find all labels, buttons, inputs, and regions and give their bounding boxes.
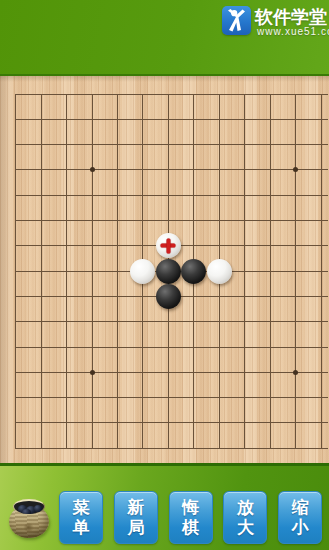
last-move-cross-marker — [161, 238, 176, 253]
zoom-out-button[interactable]: 缩 小 — [278, 491, 322, 544]
board-line-h — [15, 321, 328, 322]
bowl-black-stone — [22, 509, 31, 514]
stone-bowl-opening — [13, 499, 45, 514]
black-stone — [156, 284, 181, 309]
new-game-button[interactable]: 新 局 — [114, 491, 158, 544]
zoom-in-button[interactable]: 放 大 — [223, 491, 267, 544]
black-stone — [156, 259, 181, 284]
site-watermark: 软件学堂 www.xue51.com — [222, 5, 327, 41]
stone-bowl-icon — [9, 497, 49, 542]
board-line-v — [66, 94, 67, 449]
board-line-h — [15, 94, 328, 95]
board-line-h — [15, 144, 328, 145]
menu-button[interactable]: 菜 单 — [59, 491, 103, 544]
board-line-h — [15, 119, 328, 120]
bowl-wood-knot — [23, 523, 34, 532]
board-line-v — [295, 94, 296, 449]
site-url: www.xue51.com — [257, 26, 329, 37]
star-point — [293, 167, 298, 172]
board-line-v — [15, 94, 16, 449]
board-line-h — [15, 220, 328, 221]
toolbar-buttons: 菜 单新 局悔 棋放 大缩 小 — [59, 491, 322, 544]
board-line-h — [15, 347, 328, 348]
board-line-v — [270, 94, 271, 449]
star-point — [90, 167, 95, 172]
board-line-h — [15, 422, 328, 423]
board-line-v — [321, 94, 322, 449]
top-banner: 软件学堂 www.xue51.com — [0, 0, 329, 76]
bowl-black-stone — [34, 505, 42, 512]
undo-button[interactable]: 悔 棋 — [169, 491, 213, 544]
bottom-toolbar: 菜 单新 局悔 棋放 大缩 小 — [0, 463, 329, 550]
board-line-h — [15, 195, 328, 196]
board-line-h — [15, 169, 328, 170]
star-point — [293, 370, 298, 375]
board-line-h — [15, 397, 328, 398]
black-stone — [181, 259, 206, 284]
white-stone — [156, 233, 181, 258]
board-line-h — [15, 372, 328, 373]
site-logo-icon — [222, 6, 251, 35]
app-screen: 软件学堂 www.xue51.com 菜 单新 局悔 棋放 大缩 小 — [0, 0, 329, 550]
person-icon — [222, 6, 251, 35]
star-point — [90, 370, 95, 375]
board-line-h — [15, 448, 328, 449]
board-line-v — [92, 94, 93, 449]
board-line-v — [117, 94, 118, 449]
white-stone — [207, 259, 232, 284]
gomoku-board[interactable] — [0, 76, 329, 463]
white-stone — [130, 259, 155, 284]
board-line-v — [244, 94, 245, 449]
board-line-v — [41, 94, 42, 449]
